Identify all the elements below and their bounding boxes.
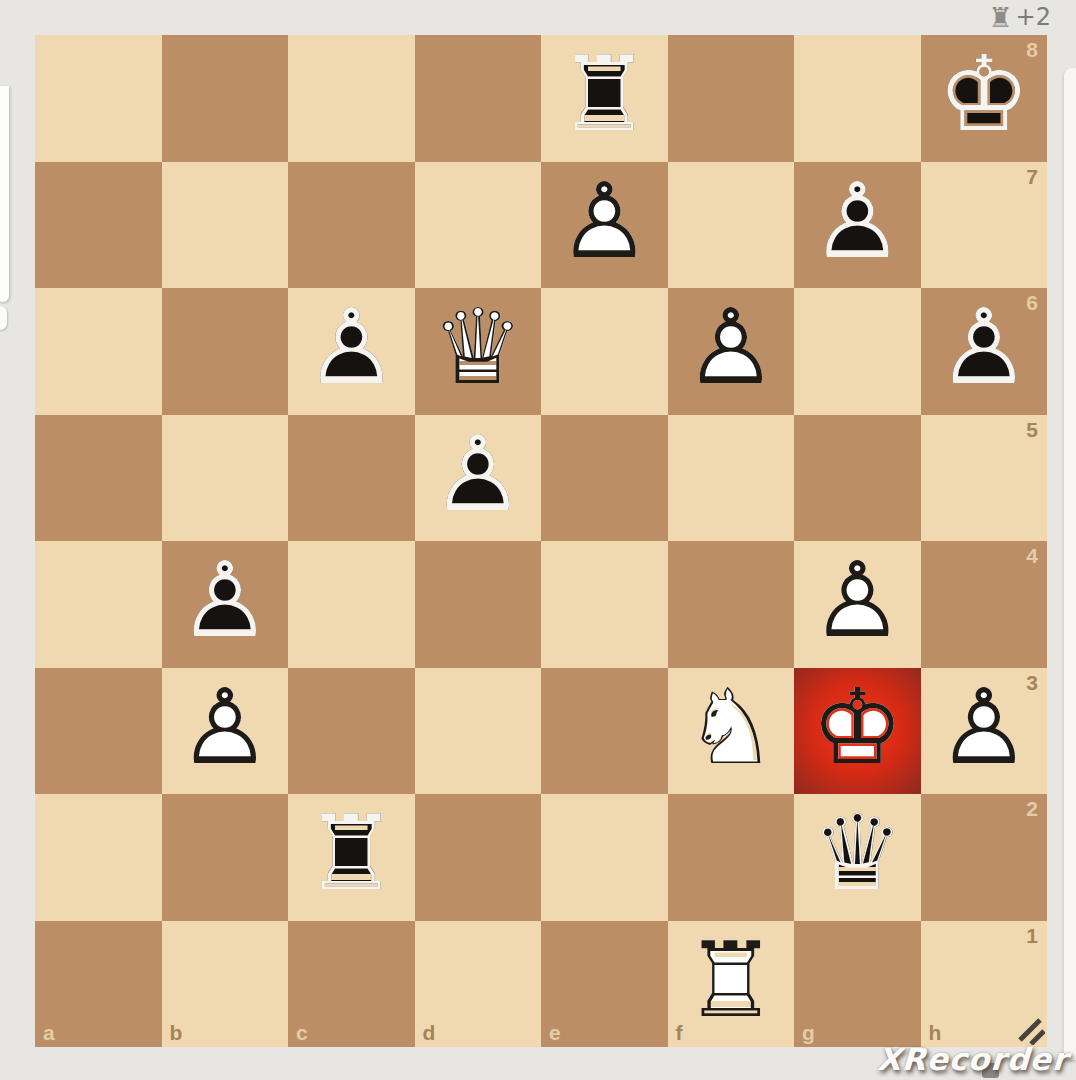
square-g5[interactable] xyxy=(794,415,921,542)
square-c1[interactable]: c xyxy=(288,921,415,1048)
square-d8[interactable] xyxy=(415,35,542,162)
white-rook-outline: ♖ xyxy=(684,928,777,1032)
rank-label-2: 2 xyxy=(1026,798,1038,819)
square-e3[interactable] xyxy=(541,668,668,795)
square-a3[interactable] xyxy=(35,668,162,795)
square-e1[interactable]: e xyxy=(541,921,668,1048)
rank-label-7: 7 xyxy=(1026,166,1038,187)
white-knight-outline: ♘ xyxy=(684,675,777,779)
square-e8[interactable]: ♜♖ xyxy=(541,35,668,162)
white-pawn-outline: ♙ xyxy=(811,548,904,652)
square-a2[interactable] xyxy=(35,794,162,921)
piece-white-pawn-f6[interactable]: ♟♙ xyxy=(668,288,795,415)
black-pawn-outline: ♙ xyxy=(937,295,1030,399)
square-f7[interactable] xyxy=(668,162,795,289)
file-label-b: b xyxy=(170,1022,183,1043)
piece-black-pawn-b4[interactable]: ♟♙ xyxy=(162,541,289,668)
square-a1[interactable]: a xyxy=(35,921,162,1048)
black-rook-outline: ♖ xyxy=(305,801,398,905)
white-pawn-outline: ♙ xyxy=(558,169,651,273)
piece-black-rook-c2[interactable]: ♜♖ xyxy=(288,794,415,921)
piece-white-queen-d6[interactable]: ♛♕ xyxy=(415,288,542,415)
square-f5[interactable] xyxy=(668,415,795,542)
square-d2[interactable] xyxy=(415,794,542,921)
left-panel-nub xyxy=(0,306,7,330)
square-g1[interactable]: g xyxy=(794,921,921,1048)
square-h5[interactable]: 5 xyxy=(921,415,1048,542)
square-a5[interactable] xyxy=(35,415,162,542)
rank-label-5: 5 xyxy=(1026,419,1038,440)
white-pawn-outline: ♙ xyxy=(937,675,1030,779)
square-c8[interactable] xyxy=(288,35,415,162)
square-h6[interactable]: 6♟♙ xyxy=(921,288,1048,415)
square-c5[interactable] xyxy=(288,415,415,542)
chess-board[interactable]: ♜♖8♚♔♟♙♟♙7♟♙♛♕♟♙6♟♙♟♙5♟♙♟♙4♟♙♞♘♚♔3♟♙♜♖♛♕… xyxy=(35,35,1047,1047)
square-f3[interactable]: ♞♘ xyxy=(668,668,795,795)
square-a4[interactable] xyxy=(35,541,162,668)
square-g7[interactable]: ♟♙ xyxy=(794,162,921,289)
material-advantage-label: +2 xyxy=(1016,3,1051,31)
piece-white-king-g3[interactable]: ♚♔ xyxy=(794,668,921,795)
square-f6[interactable]: ♟♙ xyxy=(668,288,795,415)
black-pawn-outline: ♙ xyxy=(431,422,524,526)
square-e6[interactable] xyxy=(541,288,668,415)
square-b8[interactable] xyxy=(162,35,289,162)
square-g6[interactable] xyxy=(794,288,921,415)
piece-black-pawn-g7[interactable]: ♟♙ xyxy=(794,162,921,289)
square-d6[interactable]: ♛♕ xyxy=(415,288,542,415)
square-c2[interactable]: ♜♖ xyxy=(288,794,415,921)
xrecorder-watermark: XRecorder xyxy=(876,1041,1069,1077)
square-f4[interactable] xyxy=(668,541,795,668)
square-g4[interactable]: ♟♙ xyxy=(794,541,921,668)
square-g3-check-highlight[interactable]: ♚♔ xyxy=(794,668,921,795)
square-b4[interactable]: ♟♙ xyxy=(162,541,289,668)
black-queen-outline: ♕ xyxy=(811,801,904,905)
square-e2[interactable] xyxy=(541,794,668,921)
square-h8[interactable]: 8♚♔ xyxy=(921,35,1048,162)
rook-icon: ♜ xyxy=(988,4,1012,31)
square-e4[interactable] xyxy=(541,541,668,668)
file-label-h: h xyxy=(929,1022,942,1043)
square-c4[interactable] xyxy=(288,541,415,668)
file-label-g: g xyxy=(802,1022,815,1043)
square-h4[interactable]: 4 xyxy=(921,541,1048,668)
black-rook-outline: ♖ xyxy=(558,42,651,146)
square-e5[interactable] xyxy=(541,415,668,542)
square-b7[interactable] xyxy=(162,162,289,289)
square-d1[interactable]: d xyxy=(415,921,542,1048)
piece-white-pawn-e7[interactable]: ♟♙ xyxy=(541,162,668,289)
file-label-e: e xyxy=(549,1022,561,1043)
black-pawn-outline: ♙ xyxy=(178,548,271,652)
square-d3[interactable] xyxy=(415,668,542,795)
white-pawn-outline: ♙ xyxy=(684,295,777,399)
file-label-c: c xyxy=(296,1022,308,1043)
square-c7[interactable] xyxy=(288,162,415,289)
square-f8[interactable] xyxy=(668,35,795,162)
black-pawn-outline: ♙ xyxy=(811,169,904,273)
square-g2[interactable]: ♛♕ xyxy=(794,794,921,921)
square-b5[interactable] xyxy=(162,415,289,542)
square-h7[interactable]: 7 xyxy=(921,162,1048,289)
square-h2[interactable]: 2 xyxy=(921,794,1048,921)
rank-label-1: 1 xyxy=(1026,925,1038,946)
file-label-d: d xyxy=(423,1022,436,1043)
square-b3[interactable]: ♟♙ xyxy=(162,668,289,795)
material-advantage-indicator: ♜ +2 xyxy=(988,1,1051,33)
right-panel-edge xyxy=(1064,68,1076,1060)
piece-black-king-h8[interactable]: ♚♔ xyxy=(921,35,1048,162)
white-queen-outline: ♕ xyxy=(431,295,524,399)
square-a7[interactable] xyxy=(35,162,162,289)
piece-white-knight-f3[interactable]: ♞♘ xyxy=(668,668,795,795)
square-a8[interactable] xyxy=(35,35,162,162)
black-pawn-outline: ♙ xyxy=(305,295,398,399)
piece-black-rook-e8[interactable]: ♜♖ xyxy=(541,35,668,162)
square-h3[interactable]: 3♟♙ xyxy=(921,668,1048,795)
left-panel-edge xyxy=(0,86,9,302)
rank-label-4: 4 xyxy=(1026,545,1038,566)
square-e7[interactable]: ♟♙ xyxy=(541,162,668,289)
square-d7[interactable] xyxy=(415,162,542,289)
piece-white-rook-f1[interactable]: ♜♖ xyxy=(668,921,795,1048)
square-c6[interactable]: ♟♙ xyxy=(288,288,415,415)
piece-white-pawn-g4[interactable]: ♟♙ xyxy=(794,541,921,668)
square-b1[interactable]: b xyxy=(162,921,289,1048)
white-king-outline: ♔ xyxy=(811,675,904,779)
square-b2[interactable] xyxy=(162,794,289,921)
black-king-outline: ♔ xyxy=(937,42,1030,146)
piece-black-pawn-h6[interactable]: ♟♙ xyxy=(921,288,1048,415)
piece-black-pawn-c6[interactable]: ♟♙ xyxy=(288,288,415,415)
piece-white-pawn-b3[interactable]: ♟♙ xyxy=(162,668,289,795)
square-a6[interactable] xyxy=(35,288,162,415)
file-label-a: a xyxy=(43,1022,55,1043)
square-d5[interactable]: ♟♙ xyxy=(415,415,542,542)
square-d4[interactable] xyxy=(415,541,542,668)
square-c3[interactable] xyxy=(288,668,415,795)
square-g8[interactable] xyxy=(794,35,921,162)
piece-black-queen-g2[interactable]: ♛♕ xyxy=(794,794,921,921)
square-f1[interactable]: f♜♖ xyxy=(668,921,795,1048)
white-pawn-outline: ♙ xyxy=(178,675,271,779)
piece-black-pawn-d5[interactable]: ♟♙ xyxy=(415,415,542,542)
square-b6[interactable] xyxy=(162,288,289,415)
piece-white-pawn-h3[interactable]: ♟♙ xyxy=(921,668,1048,795)
square-f2[interactable] xyxy=(668,794,795,921)
